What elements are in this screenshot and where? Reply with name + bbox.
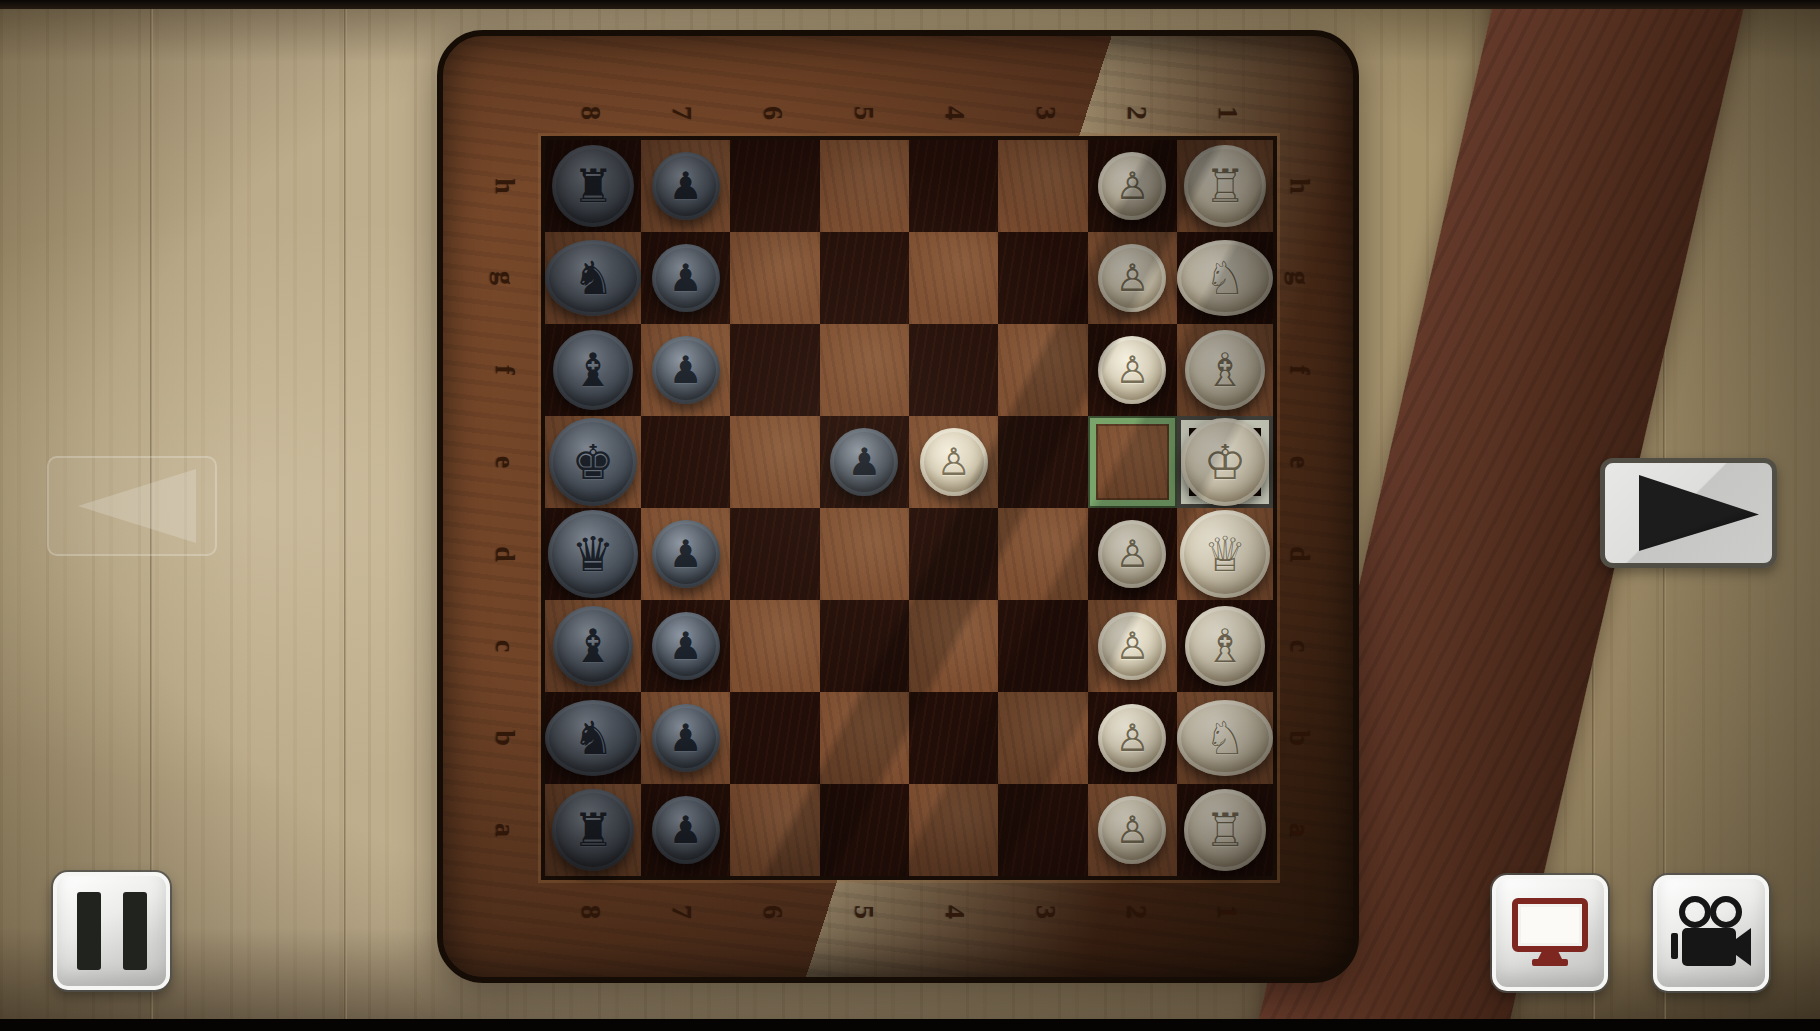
square-b3[interactable] [998,692,1087,784]
white-rook[interactable]: ♖ [1184,789,1266,871]
square-a4[interactable] [909,784,998,876]
piece-glyph: ♟ [669,627,703,665]
square-h6[interactable] [730,140,819,232]
square-a3[interactable] [998,784,1087,876]
square-g6[interactable] [730,232,819,324]
square-b5[interactable] [820,692,909,784]
pause-button[interactable] [53,872,170,990]
piece-glyph: ♙ [1115,167,1149,205]
square-d6[interactable] [730,508,819,600]
piece-glyph: ♙ [1115,259,1149,297]
black-king[interactable]: ♚ [549,418,637,506]
white-knight[interactable]: ♘ [1177,700,1273,776]
piece-glyph: ♙ [937,443,971,481]
piece-glyph: ♟ [669,811,703,849]
piece-glyph: ♖ [1204,807,1245,853]
next-move-button[interactable] [1600,458,1777,568]
square-a5[interactable] [820,784,909,876]
square-e7[interactable] [641,416,730,508]
square-d4[interactable] [909,508,998,600]
white-pawn[interactable]: ♙ [1098,520,1166,588]
piece-glyph: ♙ [1115,351,1149,389]
white-pawn[interactable]: ♙ [1098,796,1166,864]
square-h3[interactable] [998,140,1087,232]
piece-glyph: ♔ [1203,438,1246,486]
black-pawn[interactable]: ♟ [652,704,720,772]
square-d7[interactable]: ♟ [641,508,730,600]
square-b7[interactable]: ♟ [641,692,730,784]
white-knight[interactable]: ♘ [1177,240,1273,316]
piece-glyph: ♜ [572,163,613,209]
square-g5[interactable] [820,232,909,324]
square-g3[interactable] [998,232,1087,324]
white-pawn[interactable]: ♙ [920,428,988,496]
black-bishop[interactable]: ♝ [553,330,633,410]
white-pawn[interactable]: ♙ [1098,244,1166,312]
black-knight[interactable]: ♞ [545,240,641,316]
square-h7[interactable]: ♟ [641,140,730,232]
square-d8[interactable]: ♛ [545,508,641,600]
chessboard[interactable]: ♜♟♙♖♞♟♙♘♝♟♙♗♚♟♙♔♛♟♙♕♝♟♙♗♞♟♙♘♜♟♙♖ [545,140,1273,876]
monitor-view-button[interactable] [1492,875,1608,991]
square-b4[interactable] [909,692,998,784]
square-b6[interactable] [730,692,819,784]
square-h8[interactable]: ♜ [545,140,641,232]
black-pawn[interactable]: ♟ [652,244,720,312]
square-b8[interactable]: ♞ [545,692,641,784]
square-f7[interactable]: ♟ [641,324,730,416]
square-c7[interactable]: ♟ [641,600,730,692]
square-c2[interactable]: ♙ [1088,600,1177,692]
back-arrow-icon [78,469,196,543]
square-a7[interactable]: ♟ [641,784,730,876]
letterbox-bar-top [0,0,1820,9]
piece-glyph: ♞ [572,255,613,301]
letterbox-bar-bottom [0,1019,1820,1031]
square-c6[interactable] [730,600,819,692]
square-c3[interactable] [998,600,1087,692]
square-h5[interactable] [820,140,909,232]
square-h2[interactable]: ♙ [1088,140,1177,232]
white-pawn[interactable]: ♙ [1098,704,1166,772]
square-d2[interactable]: ♙ [1088,508,1177,600]
white-queen[interactable]: ♕ [1180,510,1270,598]
black-pawn[interactable]: ♟ [652,796,720,864]
square-f2[interactable]: ♙ [1088,324,1177,416]
game-screen: 87654321 87654321 hgfedcba hgfedcba ♜♟♙♖… [0,0,1820,1031]
white-pawn[interactable]: ♙ [1098,612,1166,680]
square-f3[interactable] [998,324,1087,416]
piece-glyph: ♙ [1115,535,1149,573]
white-rook[interactable]: ♖ [1184,145,1266,227]
piece-glyph: ♘ [1204,715,1245,761]
square-f8[interactable]: ♝ [545,324,641,416]
piece-glyph: ♘ [1204,255,1245,301]
square-e8[interactable]: ♚ [545,416,641,508]
square-c8[interactable]: ♝ [545,600,641,692]
square-h4[interactable] [909,140,998,232]
piece-glyph: ♕ [1203,530,1246,578]
square-g4[interactable] [909,232,998,324]
piece-glyph: ♟ [669,535,703,573]
square-e3[interactable] [998,416,1087,508]
piece-glyph: ♛ [571,530,614,578]
square-d1[interactable]: ♕ [1177,508,1273,600]
square-e6[interactable] [730,416,819,508]
square-h1[interactable]: ♖ [1177,140,1273,232]
square-b1[interactable]: ♘ [1177,692,1273,784]
square-g1[interactable]: ♘ [1177,232,1273,324]
pause-icon [66,892,158,970]
piece-glyph: ♙ [1115,811,1149,849]
white-king[interactable]: ♔ [1181,418,1269,506]
piece-glyph: ♟ [669,167,703,205]
black-pawn[interactable]: ♟ [652,520,720,588]
black-rook[interactable]: ♜ [552,145,634,227]
video-camera-button[interactable] [1653,875,1769,991]
piece-glyph: ♞ [572,715,613,761]
square-a2[interactable]: ♙ [1088,784,1177,876]
white-pawn[interactable]: ♙ [1098,152,1166,220]
black-pawn[interactable]: ♟ [652,612,720,680]
square-c4[interactable] [909,600,998,692]
black-pawn[interactable]: ♟ [652,336,720,404]
square-d3[interactable] [998,508,1087,600]
piece-glyph: ♙ [1115,719,1149,757]
piece-glyph: ♜ [572,807,613,853]
black-knight[interactable]: ♞ [545,700,641,776]
white-bishop[interactable]: ♗ [1185,330,1265,410]
black-bishop[interactable]: ♝ [553,606,633,686]
square-c1[interactable]: ♗ [1177,600,1273,692]
square-a6[interactable] [730,784,819,876]
table-plank-seam [344,0,347,1031]
piece-glyph: ♟ [669,259,703,297]
black-queen[interactable]: ♛ [548,510,638,598]
piece-glyph: ♖ [1204,163,1245,209]
piece-glyph: ♚ [571,438,614,486]
square-d5[interactable] [820,508,909,600]
white-pawn[interactable]: ♙ [1098,336,1166,404]
previous-move-button-disabled [47,456,217,556]
piece-glyph: ♟ [669,719,703,757]
square-g7[interactable]: ♟ [641,232,730,324]
piece-glyph: ♗ [1204,623,1245,669]
piece-glyph: ♟ [847,443,881,481]
square-c5[interactable] [820,600,909,692]
square-e1[interactable]: ♔ [1177,416,1273,508]
piece-glyph: ♝ [572,623,613,669]
square-e5[interactable]: ♟ [820,416,909,508]
square-f6[interactable] [730,324,819,416]
piece-glyph: ♗ [1204,347,1245,393]
piece-glyph: ♟ [669,351,703,389]
piece-glyph: ♙ [1115,627,1149,665]
square-e4[interactable]: ♙ [909,416,998,508]
square-g8[interactable]: ♞ [545,232,641,324]
square-a1[interactable]: ♖ [1177,784,1273,876]
square-f5[interactable] [820,324,909,416]
play-arrow-icon [1639,475,1759,551]
square-g2[interactable]: ♙ [1088,232,1177,324]
black-pawn[interactable]: ♟ [652,152,720,220]
black-rook[interactable]: ♜ [552,789,634,871]
black-pawn[interactable]: ♟ [830,428,898,496]
square-f1[interactable]: ♗ [1177,324,1273,416]
square-f4[interactable] [909,324,998,416]
square-b2[interactable]: ♙ [1088,692,1177,784]
piece-glyph: ♝ [572,347,613,393]
white-bishop[interactable]: ♗ [1185,606,1265,686]
video-camera-icon [1669,895,1753,971]
square-a8[interactable]: ♜ [545,784,641,876]
square-e2[interactable] [1088,416,1177,508]
monitor-icon [1510,897,1590,969]
